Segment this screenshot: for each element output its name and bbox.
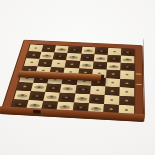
chess-board: ♞♛♚♝♜♟♟♟♟♟♞♟♝♟♜♟♟♟♟♟♟♝♛♚♟♟♜♞♝♞♜♟ — [11, 44, 134, 115]
red-pawn: ♟ — [69, 48, 78, 58]
peg-hole — [112, 73, 115, 75]
peg-hole — [32, 54, 35, 56]
peg-hole — [109, 108, 112, 110]
peg-hole — [44, 62, 47, 64]
peg-hole — [125, 82, 128, 84]
scene-3d: ♞♛♚♝♜♟♟♟♟♟♞♟♝♟♜♟♟♟♟♟♟♝♛♚♟♟♜♞♝♞♜♟ — [0, 40, 144, 122]
square-f4 — [91, 77, 106, 86]
peg-hole — [125, 109, 128, 111]
white-bishop: ♝ — [43, 92, 57, 107]
square-h2 — [119, 96, 134, 106]
peg-hole — [110, 90, 113, 92]
square-e6: ♝ — [79, 61, 94, 69]
peg-hole — [111, 81, 114, 83]
square-c6 — [51, 60, 66, 68]
peg-hole — [71, 64, 74, 66]
red-pawn: ♟ — [42, 46, 51, 56]
red-pawn: ♟ — [56, 47, 65, 57]
brass-hinge-icon — [135, 73, 142, 76]
red-rook: ♜ — [108, 56, 118, 68]
red-bishop: ♝ — [80, 52, 92, 66]
white-pawn: ♟ — [90, 97, 101, 109]
photo-canvas: ♞♛♚♝♜♟♟♟♟♟♞♟♝♟♜♟♟♟♟♟♟♝♛♚♟♟♜♞♝♞♜♟ — [0, 0, 155, 155]
case-clasp — [33, 110, 41, 114]
peg-hole — [126, 74, 129, 76]
peg-hole — [125, 91, 128, 93]
white-knight: ♞ — [59, 94, 72, 108]
red-pawn: ♟ — [95, 56, 105, 67]
white-knight: ♞ — [29, 92, 42, 106]
peg-hole — [110, 99, 113, 101]
red-pawn: ♟ — [123, 57, 133, 68]
peg-hole — [57, 63, 60, 65]
peg-hole — [30, 62, 33, 64]
peg-hole — [34, 47, 37, 49]
square-h4 — [120, 79, 135, 88]
white-rook: ♜ — [14, 92, 26, 105]
white-rook: ♜ — [75, 96, 87, 109]
case-right-edge — [143, 38, 145, 122]
chess-case: ♞♛♚♝♜♟♟♟♟♟♞♟♝♟♜♟♟♟♟♟♟♝♛♚♟♟♜♞♝♞♜♟ — [0, 40, 144, 122]
brass-hinge-icon — [135, 83, 142, 86]
square-h3 — [119, 87, 134, 96]
peg-hole — [125, 100, 128, 102]
square-e5 — [78, 69, 93, 78]
